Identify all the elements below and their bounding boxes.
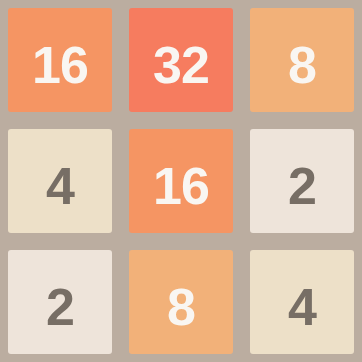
tile-r1c2: 32 [129,8,233,112]
tile-value: 8 [288,39,316,91]
tile-r1c1: 16 [8,8,112,112]
tile-r2c1: 4 [8,129,112,233]
tile-value: 2 [288,160,316,212]
tile-value: 2 [46,281,74,333]
tile-value: 4 [288,281,316,333]
tile-r2c2: 16 [129,129,233,233]
tile-value: 8 [167,281,195,333]
tile-r2c3: 2 [250,129,354,233]
tile-value: 16 [32,39,88,91]
tile-r3c2: 8 [129,250,233,354]
tile-value: 4 [46,160,74,212]
tile-r1c3: 8 [250,8,354,112]
game-board-2048[interactable]: 16 32 8 4 16 2 2 8 4 [0,0,362,362]
tile-value: 32 [153,39,209,91]
tile-value: 16 [153,160,209,212]
tile-r3c3: 4 [250,250,354,354]
tile-r3c1: 2 [8,250,112,354]
